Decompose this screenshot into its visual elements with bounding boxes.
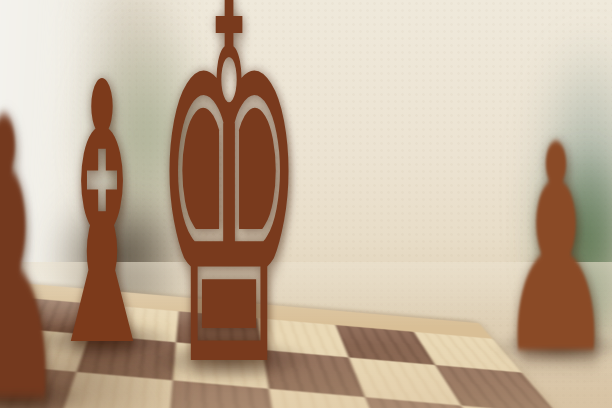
black-pawn-left-glyph: ♟	[0, 71, 66, 408]
chess-photo-scene: ♝ ♚ ♟ ♟	[0, 0, 612, 408]
black-king-glyph: ♚	[153, 0, 305, 408]
black-pawn-right-glyph: ♟	[499, 108, 612, 393]
